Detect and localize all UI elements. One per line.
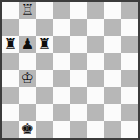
square-c4[interactable] <box>36 70 53 87</box>
square-g7[interactable] <box>104 19 121 36</box>
square-e2[interactable] <box>70 104 87 121</box>
square-a4[interactable] <box>2 70 19 87</box>
square-a5[interactable] <box>2 53 19 70</box>
square-e3[interactable] <box>70 87 87 104</box>
square-e8[interactable] <box>70 2 87 19</box>
square-b4[interactable]: ♔ <box>19 70 36 87</box>
white-rook[interactable]: ♖ <box>21 3 34 18</box>
square-g6[interactable] <box>104 36 121 53</box>
black-rook[interactable]: ♜ <box>38 37 51 52</box>
square-f7[interactable] <box>87 19 104 36</box>
square-f1[interactable] <box>87 121 104 138</box>
square-e7[interactable] <box>70 19 87 36</box>
square-a3[interactable] <box>2 87 19 104</box>
square-c7[interactable] <box>36 19 53 36</box>
square-a8[interactable] <box>2 2 19 19</box>
square-b3[interactable] <box>19 87 36 104</box>
square-c8[interactable] <box>36 2 53 19</box>
square-f5[interactable] <box>87 53 104 70</box>
square-b6[interactable]: ♟ <box>19 36 36 53</box>
square-h2[interactable] <box>121 104 138 121</box>
square-h4[interactable] <box>121 70 138 87</box>
square-d6[interactable] <box>53 36 70 53</box>
square-h5[interactable] <box>121 53 138 70</box>
square-h6[interactable] <box>121 36 138 53</box>
square-f6[interactable] <box>87 36 104 53</box>
white-king[interactable]: ♔ <box>21 71 34 86</box>
black-pawn[interactable]: ♟ <box>21 37 34 52</box>
square-h8[interactable] <box>121 2 138 19</box>
square-a1[interactable] <box>2 121 19 138</box>
square-a6[interactable]: ♜ <box>2 36 19 53</box>
square-c3[interactable] <box>36 87 53 104</box>
square-b8[interactable]: ♖ <box>19 2 36 19</box>
square-d5[interactable] <box>53 53 70 70</box>
square-g2[interactable] <box>104 104 121 121</box>
black-king[interactable]: ♚ <box>21 122 34 137</box>
square-f8[interactable] <box>87 2 104 19</box>
square-b2[interactable] <box>19 104 36 121</box>
black-rook[interactable]: ♜ <box>4 37 17 52</box>
square-d2[interactable] <box>53 104 70 121</box>
square-h7[interactable] <box>121 19 138 36</box>
square-a7[interactable] <box>2 19 19 36</box>
square-b7[interactable] <box>19 19 36 36</box>
square-d1[interactable] <box>53 121 70 138</box>
square-e4[interactable] <box>70 70 87 87</box>
square-c2[interactable] <box>36 104 53 121</box>
square-e5[interactable] <box>70 53 87 70</box>
square-g3[interactable] <box>104 87 121 104</box>
chess-board: ♖♜♟♜♔♚ <box>2 2 138 138</box>
square-f3[interactable] <box>87 87 104 104</box>
square-h1[interactable] <box>121 121 138 138</box>
square-d3[interactable] <box>53 87 70 104</box>
square-g4[interactable] <box>104 70 121 87</box>
square-c1[interactable] <box>36 121 53 138</box>
square-f4[interactable] <box>87 70 104 87</box>
square-f2[interactable] <box>87 104 104 121</box>
square-g1[interactable] <box>104 121 121 138</box>
square-c6[interactable]: ♜ <box>36 36 53 53</box>
square-d8[interactable] <box>53 2 70 19</box>
chess-board-frame: ♖♜♟♜♔♚ <box>0 0 140 140</box>
square-d4[interactable] <box>53 70 70 87</box>
square-a2[interactable] <box>2 104 19 121</box>
square-b1[interactable]: ♚ <box>19 121 36 138</box>
square-g8[interactable] <box>104 2 121 19</box>
square-b5[interactable] <box>19 53 36 70</box>
square-c5[interactable] <box>36 53 53 70</box>
square-g5[interactable] <box>104 53 121 70</box>
square-h3[interactable] <box>121 87 138 104</box>
square-e6[interactable] <box>70 36 87 53</box>
square-e1[interactable] <box>70 121 87 138</box>
square-d7[interactable] <box>53 19 70 36</box>
